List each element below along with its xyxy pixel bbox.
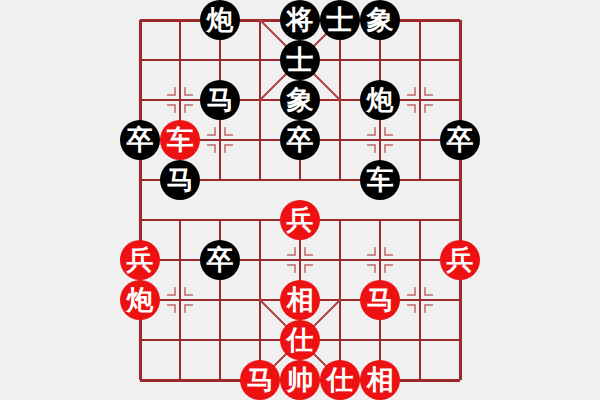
piece-red-soldier[interactable]: 兵 [440,240,480,280]
piece-black-elephant[interactable]: 象 [280,80,320,120]
piece-red-general[interactable]: 帅 [280,360,320,400]
piece-red-advisor[interactable]: 仕 [320,360,360,400]
piece-black-cannon[interactable]: 炮 [360,80,400,120]
piece-red-soldier[interactable]: 兵 [280,200,320,240]
piece-red-elephant[interactable]: 相 [360,360,400,400]
xiangqi-board: 炮将士象士马象炮卒车卒卒马车兵兵卒兵炮相马仕马帅仕相 [0,0,600,400]
piece-red-chariot[interactable]: 车 [160,120,200,160]
piece-red-soldier[interactable]: 兵 [120,240,160,280]
piece-black-soldier[interactable]: 卒 [120,120,160,160]
piece-red-advisor[interactable]: 仕 [280,320,320,360]
piece-black-horse[interactable]: 马 [160,160,200,200]
piece-black-general[interactable]: 将 [280,0,320,40]
piece-black-cannon[interactable]: 炮 [200,0,240,40]
piece-black-soldier[interactable]: 卒 [280,120,320,160]
piece-black-chariot[interactable]: 车 [360,160,400,200]
pieces-layer: 炮将士象士马象炮卒车卒卒马车兵兵卒兵炮相马仕马帅仕相 [0,0,600,400]
piece-red-horse[interactable]: 马 [240,360,280,400]
piece-red-cannon[interactable]: 炮 [120,280,160,320]
piece-black-horse[interactable]: 马 [200,80,240,120]
piece-black-advisor[interactable]: 士 [280,40,320,80]
piece-black-soldier[interactable]: 卒 [200,240,240,280]
piece-black-advisor[interactable]: 士 [320,0,360,40]
piece-red-horse[interactable]: 马 [360,280,400,320]
piece-black-soldier[interactable]: 卒 [440,120,480,160]
piece-black-elephant[interactable]: 象 [360,0,400,40]
piece-red-elephant[interactable]: 相 [280,280,320,320]
